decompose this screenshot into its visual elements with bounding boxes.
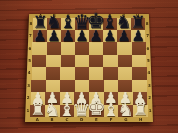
piece-black-pawn[interactable]: ♟ <box>89 29 102 44</box>
piece-black-pawn[interactable]: ♟ <box>131 29 144 44</box>
piece-black-pawn[interactable]: ♟ <box>117 29 130 44</box>
piece-black-pawn[interactable]: ♟ <box>47 29 60 44</box>
chess-board[interactable]: AABBCCDDEEFFGGHH8877665544332211 ♜♞♝♛♚♝♞… <box>25 14 153 122</box>
piece-black-pawn[interactable]: ♟ <box>61 29 74 44</box>
piece-black-pawn[interactable]: ♟ <box>33 29 46 44</box>
piece-white-knight[interactable]: ♞ <box>118 101 134 119</box>
piece-white-rook[interactable]: ♜ <box>30 101 45 118</box>
piece-black-pawn[interactable]: ♟ <box>75 29 88 44</box>
scene: AABBCCDDEEFFGGHH8877665544332211 ♜♞♝♛♚♝♞… <box>0 0 178 133</box>
pieces-layer: ♜♞♝♛♚♝♞♜♟♟♟♟♟♟♟♟♟♟♟♟♟♟♟♟♜♞♝♛♚♝♞♜ <box>25 14 153 122</box>
piece-black-pawn[interactable]: ♟ <box>103 29 116 44</box>
piece-white-rook[interactable]: ♜ <box>133 101 148 118</box>
